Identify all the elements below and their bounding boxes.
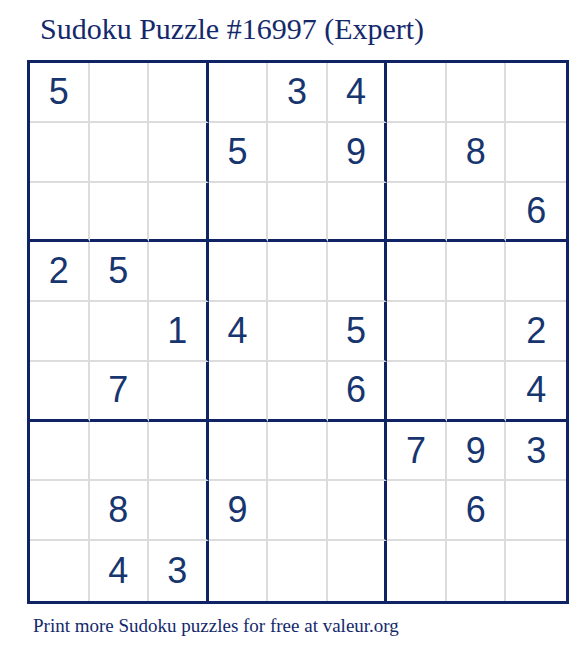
cell-r2c2[interactable]: [90, 123, 150, 183]
cell-r5c2[interactable]: [90, 302, 150, 362]
cell-r6c1[interactable]: [30, 362, 90, 422]
cell-r2c7[interactable]: [387, 123, 447, 183]
cell-r3c6[interactable]: [328, 183, 388, 243]
cell-r7c3[interactable]: [149, 422, 209, 482]
cell-r7c4[interactable]: [209, 422, 269, 482]
cell-r1c1: 5: [30, 63, 90, 123]
cell-r4c5[interactable]: [268, 242, 328, 302]
cell-r5c5[interactable]: [268, 302, 328, 362]
cell-r7c7: 7: [387, 422, 447, 482]
cell-r9c3: 3: [149, 541, 209, 601]
cell-r2c5[interactable]: [268, 123, 328, 183]
cell-r5c3: 1: [149, 302, 209, 362]
cell-r8c7[interactable]: [387, 481, 447, 541]
cell-r6c9: 4: [506, 362, 566, 422]
cell-r5c7[interactable]: [387, 302, 447, 362]
cell-r5c6: 5: [328, 302, 388, 362]
cell-r1c4[interactable]: [209, 63, 269, 123]
cell-r8c5[interactable]: [268, 481, 328, 541]
cell-r5c4: 4: [209, 302, 269, 362]
cell-r7c1[interactable]: [30, 422, 90, 482]
cell-r9c9[interactable]: [506, 541, 566, 601]
cell-r9c8[interactable]: [447, 541, 507, 601]
cell-r9c4[interactable]: [209, 541, 269, 601]
footer-text: Print more Sudoku puzzles for free at va…: [33, 615, 399, 637]
cell-r8c4: 9: [209, 481, 269, 541]
cell-r3c4[interactable]: [209, 183, 269, 243]
cell-r1c9[interactable]: [506, 63, 566, 123]
cell-r6c6: 6: [328, 362, 388, 422]
cell-r7c8: 9: [447, 422, 507, 482]
cell-r5c9: 2: [506, 302, 566, 362]
cell-r5c8[interactable]: [447, 302, 507, 362]
cell-r1c8[interactable]: [447, 63, 507, 123]
cell-r3c3[interactable]: [149, 183, 209, 243]
cell-r3c2[interactable]: [90, 183, 150, 243]
cell-r4c9[interactable]: [506, 242, 566, 302]
cell-r7c2[interactable]: [90, 422, 150, 482]
cell-r9c7[interactable]: [387, 541, 447, 601]
cell-r3c5[interactable]: [268, 183, 328, 243]
cell-r6c3[interactable]: [149, 362, 209, 422]
sudoku-board: 534598625145276479389643: [27, 60, 569, 604]
cell-r6c8[interactable]: [447, 362, 507, 422]
cell-r4c6[interactable]: [328, 242, 388, 302]
puzzle-title: Sudoku Puzzle #16997 (Expert): [40, 12, 424, 46]
cell-r6c5[interactable]: [268, 362, 328, 422]
cell-r4c2: 5: [90, 242, 150, 302]
cell-r8c8: 6: [447, 481, 507, 541]
cell-r5c1[interactable]: [30, 302, 90, 362]
cell-r2c1[interactable]: [30, 123, 90, 183]
cell-r6c7[interactable]: [387, 362, 447, 422]
cell-r1c3[interactable]: [149, 63, 209, 123]
cell-r2c6: 9: [328, 123, 388, 183]
cell-r2c4: 5: [209, 123, 269, 183]
cell-r3c8[interactable]: [447, 183, 507, 243]
cell-r8c9[interactable]: [506, 481, 566, 541]
cell-r8c3[interactable]: [149, 481, 209, 541]
cell-r8c2: 8: [90, 481, 150, 541]
cell-r4c7[interactable]: [387, 242, 447, 302]
cell-r1c2[interactable]: [90, 63, 150, 123]
cell-r7c9: 3: [506, 422, 566, 482]
cell-r7c6[interactable]: [328, 422, 388, 482]
cell-r1c5: 3: [268, 63, 328, 123]
cell-r4c3[interactable]: [149, 242, 209, 302]
cell-r4c8[interactable]: [447, 242, 507, 302]
cell-r7c5[interactable]: [268, 422, 328, 482]
cell-r1c7[interactable]: [387, 63, 447, 123]
cell-r3c1[interactable]: [30, 183, 90, 243]
cell-r3c9: 6: [506, 183, 566, 243]
cell-r8c6[interactable]: [328, 481, 388, 541]
cell-r9c5[interactable]: [268, 541, 328, 601]
cell-r6c2: 7: [90, 362, 150, 422]
cell-r2c9[interactable]: [506, 123, 566, 183]
cell-r2c8: 8: [447, 123, 507, 183]
cell-r9c2: 4: [90, 541, 150, 601]
cell-r9c6[interactable]: [328, 541, 388, 601]
cell-r1c6: 4: [328, 63, 388, 123]
cell-r8c1[interactable]: [30, 481, 90, 541]
cell-r9c1[interactable]: [30, 541, 90, 601]
cell-r2c3[interactable]: [149, 123, 209, 183]
cell-r4c1: 2: [30, 242, 90, 302]
cell-r4c4[interactable]: [209, 242, 269, 302]
cell-r3c7[interactable]: [387, 183, 447, 243]
cell-r6c4[interactable]: [209, 362, 269, 422]
